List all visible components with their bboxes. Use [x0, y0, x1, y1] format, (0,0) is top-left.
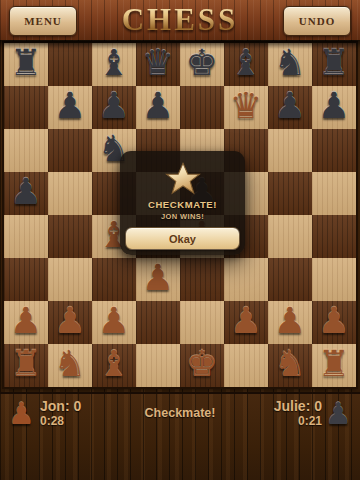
square-a3[interactable]: [4, 258, 48, 301]
red-pawn: ♟: [54, 303, 86, 339]
black-pawn: ♟: [274, 88, 306, 124]
square-b4[interactable]: [48, 215, 92, 258]
square-h4[interactable]: [312, 215, 356, 258]
player2-clock: 0:21: [298, 414, 322, 428]
square-f7[interactable]: ♛: [224, 86, 268, 129]
black-bishop: ♝: [230, 45, 262, 81]
square-f1[interactable]: [224, 344, 268, 387]
square-d8[interactable]: ♛: [136, 43, 180, 86]
chess-app-screen: CHESS MENU UNDO ♜♝♛♚♝♞♜♟♟♟♛♟♟♞♟♟♝♟♟♟♟♟♟♟…: [0, 0, 360, 480]
black-queen: ♛: [142, 45, 174, 81]
square-d2[interactable]: [136, 301, 180, 344]
square-e7[interactable]: [180, 86, 224, 129]
black-pawn: ♟: [10, 174, 42, 210]
square-e1[interactable]: ♚: [180, 344, 224, 387]
square-a6[interactable]: [4, 129, 48, 172]
square-e2[interactable]: [180, 301, 224, 344]
square-d7[interactable]: ♟: [136, 86, 180, 129]
red-rook: ♜: [10, 346, 42, 382]
square-h2[interactable]: ♟: [312, 301, 356, 344]
star-icon: [165, 161, 201, 197]
square-c3[interactable]: [92, 258, 136, 301]
red-rook: ♜: [318, 346, 350, 382]
black-bishop: ♝: [98, 45, 130, 81]
square-b1[interactable]: ♞: [48, 344, 92, 387]
square-c7[interactable]: ♟: [92, 86, 136, 129]
red-pawn: ♟: [142, 260, 174, 296]
square-a2[interactable]: ♟: [4, 301, 48, 344]
red-pawn: ♟: [10, 303, 42, 339]
square-d3[interactable]: ♟: [136, 258, 180, 301]
square-a8[interactable]: ♜: [4, 43, 48, 86]
square-b5[interactable]: [48, 172, 92, 215]
square-g4[interactable]: [268, 215, 312, 258]
black-knight: ♞: [274, 45, 306, 81]
square-h7[interactable]: ♟: [312, 86, 356, 129]
black-pawn-icon: ♟: [325, 396, 352, 432]
square-b3[interactable]: [48, 258, 92, 301]
red-queen: ♛: [230, 88, 262, 124]
player2-name-score: Julie: 0: [274, 398, 322, 414]
red-knight: ♞: [274, 346, 306, 382]
square-f3[interactable]: [224, 258, 268, 301]
dialog-title: CHECKMATE!: [148, 199, 217, 210]
square-b2[interactable]: ♟: [48, 301, 92, 344]
status-bar: ♟ Jon: 0 0:28 Checkmate! Julie: 0 0:21 ♟: [0, 392, 360, 480]
black-rook: ♜: [318, 45, 350, 81]
square-c2[interactable]: ♟: [92, 301, 136, 344]
square-g6[interactable]: [268, 129, 312, 172]
red-pawn: ♟: [98, 303, 130, 339]
square-g1[interactable]: ♞: [268, 344, 312, 387]
black-pawn: ♟: [54, 88, 86, 124]
red-pawn: ♟: [318, 303, 350, 339]
black-king: ♚: [186, 45, 218, 81]
square-h5[interactable]: [312, 172, 356, 215]
black-pawn: ♟: [142, 88, 174, 124]
square-g7[interactable]: ♟: [268, 86, 312, 129]
red-knight: ♞: [54, 346, 86, 382]
black-rook: ♜: [10, 45, 42, 81]
red-king: ♚: [186, 346, 218, 382]
square-b6[interactable]: [48, 129, 92, 172]
dialog-subtitle: JON WINS!: [161, 212, 204, 221]
red-pawn: ♟: [230, 303, 262, 339]
square-h3[interactable]: [312, 258, 356, 301]
square-c8[interactable]: ♝: [92, 43, 136, 86]
square-c1[interactable]: ♝: [92, 344, 136, 387]
square-a1[interactable]: ♜: [4, 344, 48, 387]
square-h1[interactable]: ♜: [312, 344, 356, 387]
black-pawn: ♟: [318, 88, 350, 124]
square-g2[interactable]: ♟: [268, 301, 312, 344]
square-a7[interactable]: [4, 86, 48, 129]
red-bishop: ♝: [98, 346, 130, 382]
menu-button[interactable]: MENU: [9, 6, 77, 36]
undo-button[interactable]: UNDO: [283, 6, 351, 36]
black-pawn: ♟: [98, 88, 130, 124]
status-row: ♟ Jon: 0 0:28 Checkmate! Julie: 0 0:21 ♟: [0, 396, 360, 434]
okay-button[interactable]: Okay: [125, 227, 240, 250]
board-zone: ♜♝♛♚♝♞♜♟♟♟♛♟♟♞♟♟♝♟♟♟♟♟♟♟♟♜♞♝♚♞♜ CHECKMAT…: [0, 40, 360, 392]
header-bar: CHESS MENU UNDO: [0, 0, 360, 40]
checkmate-dialog: CHECKMATE! JON WINS! Okay: [120, 151, 245, 255]
square-a5[interactable]: ♟: [4, 172, 48, 215]
square-f8[interactable]: ♝: [224, 43, 268, 86]
square-h8[interactable]: ♜: [312, 43, 356, 86]
square-b8[interactable]: [48, 43, 92, 86]
square-f2[interactable]: ♟: [224, 301, 268, 344]
square-e3[interactable]: [180, 258, 224, 301]
square-g5[interactable]: [268, 172, 312, 215]
square-a4[interactable]: [4, 215, 48, 258]
square-h6[interactable]: [312, 129, 356, 172]
square-e8[interactable]: ♚: [180, 43, 224, 86]
square-b7[interactable]: ♟: [48, 86, 92, 129]
square-g8[interactable]: ♞: [268, 43, 312, 86]
square-d1[interactable]: [136, 344, 180, 387]
square-g3[interactable]: [268, 258, 312, 301]
red-pawn: ♟: [274, 303, 306, 339]
